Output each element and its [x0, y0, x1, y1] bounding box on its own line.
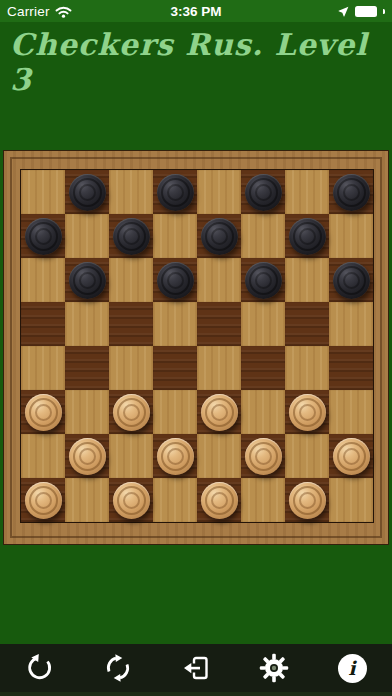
square-g1[interactable]: ⛀ — [285, 478, 329, 522]
square-g5[interactable] — [285, 302, 329, 346]
square-d5 — [153, 302, 197, 346]
square-b6[interactable]: ⛂ — [65, 258, 109, 302]
exit-icon — [181, 653, 211, 683]
square-c8 — [109, 170, 153, 214]
square-e1[interactable]: ⛀ — [197, 478, 241, 522]
square-a6 — [21, 258, 65, 302]
square-g4 — [285, 346, 329, 390]
square-c6 — [109, 258, 153, 302]
square-f5 — [241, 302, 285, 346]
header: Checkers Rus. Level 3 — [0, 22, 392, 150]
square-d1 — [153, 478, 197, 522]
square-a4 — [21, 346, 65, 390]
square-h3 — [329, 390, 373, 434]
checker-light[interactable]: ⛀ — [201, 394, 238, 431]
info-button[interactable]: i — [331, 646, 375, 690]
checker-light[interactable]: ⛀ — [113, 482, 150, 519]
checker-dark[interactable]: ⛂ — [69, 174, 106, 211]
square-g6 — [285, 258, 329, 302]
square-h4[interactable] — [329, 346, 373, 390]
toolbar: i — [0, 644, 392, 696]
square-h7 — [329, 214, 373, 258]
square-d3 — [153, 390, 197, 434]
square-g3[interactable]: ⛀ — [285, 390, 329, 434]
square-h8[interactable]: ⛂ — [329, 170, 373, 214]
status-bar: Carrier 3:36 PM — [0, 0, 392, 22]
exit-button[interactable] — [174, 646, 218, 690]
square-e7[interactable]: ⛂ — [197, 214, 241, 258]
checker-light[interactable]: ⛀ — [289, 394, 326, 431]
square-c7[interactable]: ⛂ — [109, 214, 153, 258]
square-c2 — [109, 434, 153, 478]
square-f7 — [241, 214, 285, 258]
square-h6[interactable]: ⛂ — [329, 258, 373, 302]
checker-light[interactable]: ⛀ — [333, 438, 370, 475]
square-g7[interactable]: ⛂ — [285, 214, 329, 258]
page-title: Checkers Rus. Level 3 — [10, 27, 392, 97]
checker-light[interactable]: ⛀ — [289, 482, 326, 519]
battery-icon — [355, 6, 377, 17]
square-f3 — [241, 390, 285, 434]
square-a8 — [21, 170, 65, 214]
square-d2[interactable]: ⛀ — [153, 434, 197, 478]
square-a3[interactable]: ⛀ — [21, 390, 65, 434]
checker-dark[interactable]: ⛂ — [333, 262, 370, 299]
square-b5 — [65, 302, 109, 346]
checker-light[interactable]: ⛀ — [245, 438, 282, 475]
clock: 3:36 PM — [0, 4, 392, 19]
square-e5[interactable] — [197, 302, 241, 346]
checkers-board[interactable]: ⛂⛂⛂⛂⛂⛂⛂⛂⛂⛂⛂⛂⛀⛀⛀⛀⛀⛀⛀⛀⛀⛀⛀⛀ — [20, 169, 374, 523]
square-c5[interactable] — [109, 302, 153, 346]
square-b1 — [65, 478, 109, 522]
app-screen: Carrier 3:36 PM Checkers Rus. Level 3 ⛂⛂… — [0, 0, 392, 696]
square-h2[interactable]: ⛀ — [329, 434, 373, 478]
board-frame: ⛂⛂⛂⛂⛂⛂⛂⛂⛂⛂⛂⛂⛀⛀⛀⛀⛀⛀⛀⛀⛀⛀⛀⛀ — [3, 150, 389, 545]
square-d7 — [153, 214, 197, 258]
square-f2[interactable]: ⛀ — [241, 434, 285, 478]
checker-dark[interactable]: ⛂ — [201, 218, 238, 255]
checker-light[interactable]: ⛀ — [157, 438, 194, 475]
square-e6 — [197, 258, 241, 302]
battery-tip — [383, 9, 385, 14]
settings-button[interactable] — [252, 646, 296, 690]
square-b8[interactable]: ⛂ — [65, 170, 109, 214]
checker-light[interactable]: ⛀ — [25, 482, 62, 519]
square-f8[interactable]: ⛂ — [241, 170, 285, 214]
restart-icon — [103, 653, 133, 683]
checker-light[interactable]: ⛀ — [25, 394, 62, 431]
checker-dark[interactable]: ⛂ — [289, 218, 326, 255]
checker-dark[interactable]: ⛂ — [113, 218, 150, 255]
info-icon: i — [338, 654, 367, 683]
square-f6[interactable]: ⛂ — [241, 258, 285, 302]
undo-icon — [24, 653, 54, 683]
restart-button[interactable] — [96, 646, 140, 690]
square-a7[interactable]: ⛂ — [21, 214, 65, 258]
checker-dark[interactable]: ⛂ — [245, 262, 282, 299]
square-a1[interactable]: ⛀ — [21, 478, 65, 522]
checker-dark[interactable]: ⛂ — [157, 262, 194, 299]
square-d6[interactable]: ⛂ — [153, 258, 197, 302]
square-a5[interactable] — [21, 302, 65, 346]
square-c4 — [109, 346, 153, 390]
checker-light[interactable]: ⛀ — [201, 482, 238, 519]
background — [0, 545, 392, 644]
square-b2[interactable]: ⛀ — [65, 434, 109, 478]
square-b4[interactable] — [65, 346, 109, 390]
square-e8 — [197, 170, 241, 214]
square-f4[interactable] — [241, 346, 285, 390]
square-e2 — [197, 434, 241, 478]
square-e4 — [197, 346, 241, 390]
checker-light[interactable]: ⛀ — [69, 438, 106, 475]
location-arrow-icon — [337, 5, 350, 18]
square-b3 — [65, 390, 109, 434]
square-e3[interactable]: ⛀ — [197, 390, 241, 434]
square-d8[interactable]: ⛂ — [153, 170, 197, 214]
checker-dark[interactable]: ⛂ — [25, 218, 62, 255]
checker-light[interactable]: ⛀ — [113, 394, 150, 431]
square-h5 — [329, 302, 373, 346]
checker-dark[interactable]: ⛂ — [333, 174, 370, 211]
gear-icon — [258, 652, 290, 684]
square-g8 — [285, 170, 329, 214]
square-h1 — [329, 478, 373, 522]
checker-dark[interactable]: ⛂ — [157, 174, 194, 211]
square-b7 — [65, 214, 109, 258]
checker-dark[interactable]: ⛂ — [245, 174, 282, 211]
square-g2 — [285, 434, 329, 478]
square-a2 — [21, 434, 65, 478]
info-glyph: i — [348, 657, 355, 679]
undo-button[interactable] — [17, 646, 61, 690]
checker-dark[interactable]: ⛂ — [69, 262, 106, 299]
square-c1[interactable]: ⛀ — [109, 478, 153, 522]
square-d4[interactable] — [153, 346, 197, 390]
square-c3[interactable]: ⛀ — [109, 390, 153, 434]
square-f1 — [241, 478, 285, 522]
